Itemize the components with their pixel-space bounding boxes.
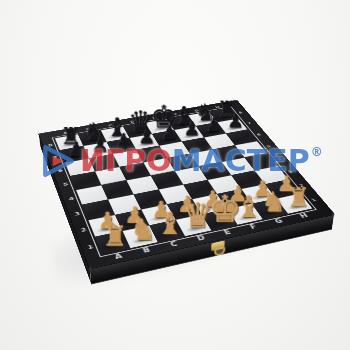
white-rook-glyph: ♜ <box>285 184 312 211</box>
black-pawn-glyph: ♟ <box>88 136 112 156</box>
white-bishop-glyph: ♝ <box>156 208 184 238</box>
white-knight-glyph: ♞ <box>129 215 158 244</box>
black-pawn-glyph: ♟ <box>112 131 136 151</box>
registered-mark: ® <box>311 145 323 159</box>
white-rook-glyph: ♜ <box>101 222 130 250</box>
chess-board-3d: ABCDEFGH ABCDEFGH 87654321 87654321 ♜♞♝♛… <box>39 100 334 268</box>
clasp-latch <box>211 240 225 251</box>
board-frame: ABCDEFGH ABCDEFGH 87654321 87654321 ♜♞♝♛… <box>39 100 334 268</box>
clasp-ring <box>213 245 225 257</box>
black-pawn-glyph: ♟ <box>224 112 247 131</box>
white-queen-glyph: ♛ <box>183 199 211 233</box>
white-king-glyph: ♚ <box>209 190 237 227</box>
black-pawn-glyph: ♟ <box>135 127 159 147</box>
black-pawn-glyph: ♟ <box>64 140 89 160</box>
white-knight-glyph: ♞ <box>260 188 287 216</box>
white-rook-a1: ♜ <box>95 231 130 254</box>
product-photo-chess-set: ABCDEFGH ABCDEFGH 87654321 87654321 ♜♞♝♛… <box>0 0 350 350</box>
black-pawn-glyph: ♟ <box>202 116 225 135</box>
black-pawn-glyph: ♟ <box>158 123 182 143</box>
black-pawn-a7: ♟ <box>60 146 89 163</box>
black-pawn-glyph: ♟ <box>180 120 204 139</box>
